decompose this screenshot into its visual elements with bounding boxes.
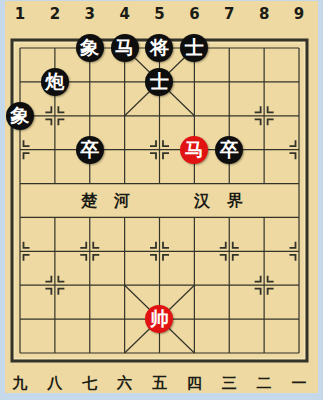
- file-label-top-8: 8: [247, 5, 282, 23]
- file-label-top-6: 6: [177, 5, 212, 23]
- file-label-bottom-6: 四: [177, 374, 212, 393]
- file-label-bottom-5: 五: [142, 374, 177, 393]
- file-label-bottom-2: 八: [37, 374, 72, 393]
- file-labels-top: 123456789: [3, 5, 317, 23]
- file-label-top-4: 4: [107, 5, 142, 23]
- file-label-bottom-4: 六: [107, 374, 142, 393]
- piece-black-soldier[interactable]: 卒: [76, 136, 104, 164]
- piece-red-general[interactable]: 帅: [145, 305, 173, 333]
- xiangqi-app: 123456789 楚河 汉界 象马将士炮士象卒马卒帅 九八七六五四三二一: [0, 0, 323, 400]
- file-label-top-5: 5: [142, 5, 177, 23]
- file-label-top-9: 9: [282, 5, 317, 23]
- piece-black-horse[interactable]: 马: [111, 34, 139, 62]
- file-label-bottom-8: 二: [247, 374, 282, 393]
- piece-black-advisor[interactable]: 士: [145, 68, 173, 96]
- file-labels-bottom: 九八七六五四三二一: [3, 374, 317, 393]
- piece-black-soldier[interactable]: 卒: [215, 136, 243, 164]
- file-label-top-2: 2: [37, 5, 72, 23]
- piece-black-cannon[interactable]: 炮: [41, 68, 69, 96]
- file-label-top-3: 3: [72, 5, 107, 23]
- piece-red-horse[interactable]: 马: [180, 136, 208, 164]
- piece-grid: 象马将士炮士象卒马卒帅: [3, 31, 317, 370]
- file-label-bottom-1: 九: [3, 374, 38, 393]
- file-label-bottom-7: 三: [212, 374, 247, 393]
- piece-black-general[interactable]: 将: [145, 34, 173, 62]
- file-label-bottom-3: 七: [72, 374, 107, 393]
- piece-black-advisor[interactable]: 士: [180, 34, 208, 62]
- file-label-top-7: 7: [212, 5, 247, 23]
- piece-black-elephant[interactable]: 象: [6, 102, 34, 130]
- piece-black-elephant[interactable]: 象: [76, 34, 104, 62]
- file-label-top-1: 1: [3, 5, 38, 23]
- file-label-bottom-9: 一: [282, 374, 317, 393]
